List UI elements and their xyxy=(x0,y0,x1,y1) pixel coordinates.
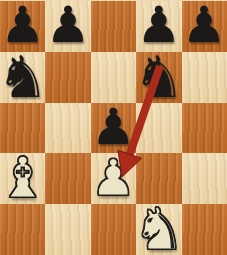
square-f3[interactable]: ♞ xyxy=(136,204,181,255)
piece-black-knight-c6[interactable]: ♞ xyxy=(0,52,45,103)
piece-black-knight-f6[interactable]: ♞ xyxy=(136,52,181,103)
square-c4[interactable]: ♝ xyxy=(0,153,45,204)
square-g6[interactable] xyxy=(182,52,227,103)
square-g5[interactable] xyxy=(182,103,227,154)
piece-white-knight-f3[interactable]: ♞ xyxy=(136,204,181,255)
square-c6[interactable]: ♞ xyxy=(0,52,45,103)
square-d5[interactable] xyxy=(45,103,90,154)
piece-black-pawn-g7[interactable]: ♟ xyxy=(182,1,227,52)
square-d3[interactable] xyxy=(45,204,90,255)
square-g4[interactable] xyxy=(182,153,227,204)
square-c3[interactable] xyxy=(0,204,45,255)
piece-white-bishop-c4[interactable]: ♝ xyxy=(0,153,45,204)
square-e7[interactable] xyxy=(91,1,136,52)
board: ♟♟♟♟♞♞♟♝♟♞ xyxy=(0,1,227,255)
square-e5[interactable]: ♟ xyxy=(91,103,136,154)
piece-black-pawn-e5[interactable]: ♟ xyxy=(91,103,136,154)
square-g7[interactable]: ♟ xyxy=(182,1,227,52)
chess-board-screenshot: ♟♟♟♟♞♞♟♝♟♞ xyxy=(0,0,227,255)
square-e4[interactable]: ♟ xyxy=(91,153,136,204)
square-e3[interactable] xyxy=(91,204,136,255)
piece-white-pawn-e4[interactable]: ♟ xyxy=(91,153,136,204)
square-f5[interactable] xyxy=(136,103,181,154)
square-d4[interactable] xyxy=(45,153,90,204)
square-e6[interactable] xyxy=(91,52,136,103)
square-g3[interactable] xyxy=(182,204,227,255)
piece-black-pawn-d7[interactable]: ♟ xyxy=(45,1,90,52)
square-d6[interactable] xyxy=(45,52,90,103)
square-d7[interactable]: ♟ xyxy=(45,1,90,52)
square-f6[interactable]: ♞ xyxy=(136,52,181,103)
